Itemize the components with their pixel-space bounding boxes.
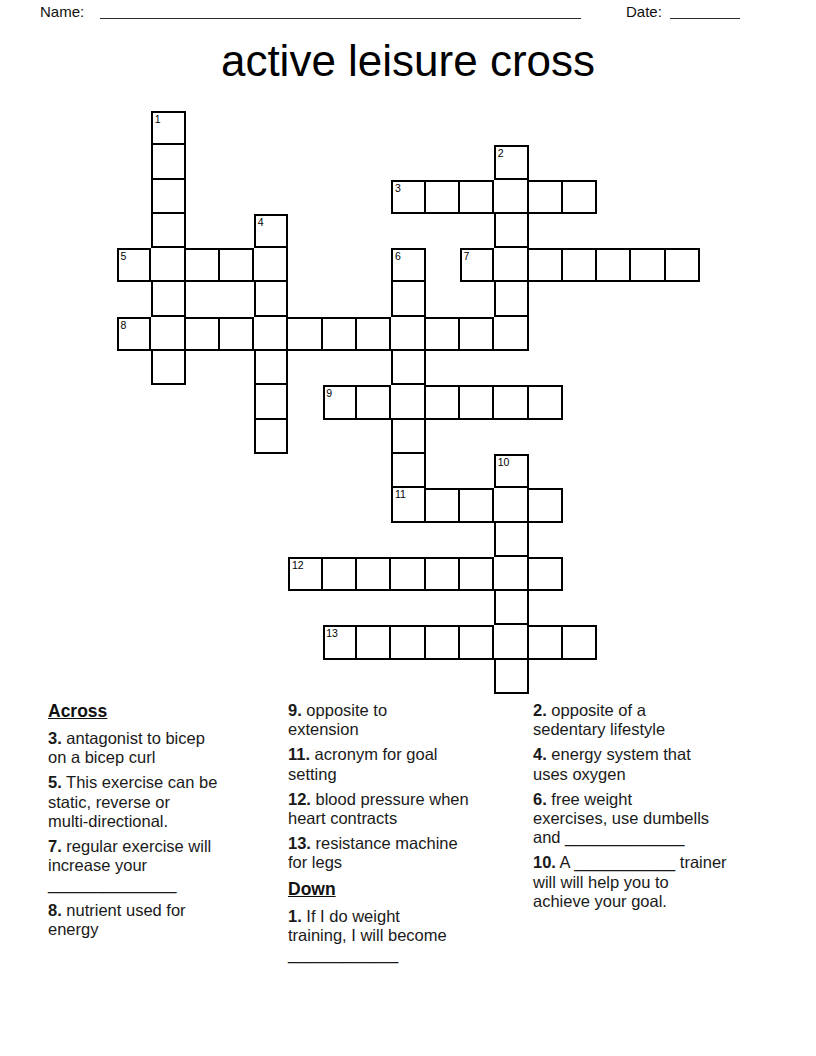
across-heading: Across: [48, 701, 264, 722]
cell-8-7[interactable]: [357, 385, 391, 419]
cell-6-11[interactable]: [494, 317, 528, 351]
cell-5-11[interactable]: [494, 282, 528, 316]
clue-across-9: 9. opposite to extension: [288, 701, 520, 739]
cell-10-11[interactable]: 10: [494, 454, 528, 488]
cell-6-5[interactable]: [288, 317, 322, 351]
cell-number-4: 4: [258, 216, 264, 228]
clue-number: 1.: [288, 907, 302, 925]
clue-text: antagonist to bicep on a bicep curl: [48, 729, 205, 766]
clue-text: energy system that uses oxygen: [533, 745, 691, 782]
clue-down-4: 4. energy system that uses oxygen: [533, 745, 773, 783]
cell-8-12[interactable]: [529, 385, 563, 419]
cell-15-6[interactable]: 13: [323, 625, 357, 659]
cell-4-15[interactable]: [631, 248, 665, 282]
cell-11-9[interactable]: [426, 488, 460, 522]
cell-15-11[interactable]: [494, 625, 528, 659]
clue-number: 11.: [288, 745, 310, 763]
cell-13-9[interactable]: [426, 557, 460, 591]
cell-16-11[interactable]: [494, 660, 528, 694]
cell-number-10: 10: [498, 456, 510, 468]
clue-across-12: 12. blood pressure when heart contracts: [288, 790, 520, 828]
clue-text: A ___________ trainer will will help you…: [533, 853, 727, 909]
cell-6-10[interactable]: [460, 317, 494, 351]
date-label: Date:: [626, 3, 662, 20]
cell-number-7: 7: [463, 250, 469, 262]
cell-4-10[interactable]: 7: [460, 248, 494, 282]
cell-15-13[interactable]: [563, 625, 597, 659]
clues-column-across: Across3. antagonist to bicep on a bicep …: [48, 701, 264, 945]
down-heading: Down: [288, 879, 520, 900]
name-blank-line[interactable]: [100, 4, 581, 19]
cell-number-2: 2: [498, 147, 504, 159]
clue-text: free weight exercises, use dumbells and …: [533, 790, 709, 846]
cell-2-9[interactable]: [426, 180, 460, 214]
cell-2-13[interactable]: [563, 180, 597, 214]
cell-15-10[interactable]: [460, 625, 494, 659]
cell-5-8[interactable]: [391, 282, 425, 316]
cell-8-11[interactable]: [494, 385, 528, 419]
cell-6-3[interactable]: [220, 317, 254, 351]
cell-9-8[interactable]: [391, 420, 425, 454]
cell-2-1[interactable]: [151, 180, 185, 214]
cell-3-4[interactable]: 4: [254, 214, 288, 248]
cell-0-1[interactable]: 1: [151, 111, 185, 145]
clues-column-middle: 9. opposite to extension11. acronym for …: [288, 701, 520, 970]
cell-number-12: 12: [292, 559, 304, 571]
cell-12-11[interactable]: [494, 523, 528, 557]
cell-4-0[interactable]: 5: [117, 248, 151, 282]
cell-2-12[interactable]: [529, 180, 563, 214]
cell-13-11[interactable]: [494, 557, 528, 591]
cell-4-4[interactable]: [254, 248, 288, 282]
cell-13-6[interactable]: [323, 557, 357, 591]
cell-number-11: 11: [395, 488, 406, 500]
puzzle-title: active leisure cross: [0, 36, 816, 86]
clue-number: 10.: [533, 853, 556, 871]
cell-4-13[interactable]: [563, 248, 597, 282]
cell-15-8[interactable]: [391, 625, 425, 659]
clue-text: opposite to extension: [288, 701, 387, 738]
cell-4-12[interactable]: [529, 248, 563, 282]
cell-6-7[interactable]: [357, 317, 391, 351]
cell-4-1[interactable]: [151, 248, 185, 282]
cell-number-8: 8: [121, 319, 127, 331]
cell-number-3: 3: [395, 182, 401, 194]
cell-10-8[interactable]: [391, 454, 425, 488]
cell-6-0[interactable]: 8: [117, 317, 151, 351]
cell-13-10[interactable]: [460, 557, 494, 591]
clue-number: 4.: [533, 745, 547, 763]
cell-15-9[interactable]: [426, 625, 460, 659]
cell-number-1: 1: [155, 113, 161, 125]
cell-7-8[interactable]: [391, 351, 425, 385]
cell-13-12[interactable]: [529, 557, 563, 591]
clue-down-6: 6. free weight exercises, use dumbells a…: [533, 790, 773, 848]
clue-down-2: 2. opposite of a sedentary lifestyle: [533, 701, 773, 739]
clue-across-13: 13. resistance machine for legs: [288, 834, 520, 872]
cell-7-4[interactable]: [254, 351, 288, 385]
clue-text: This exercise can be static, reverse or …: [48, 773, 217, 829]
cell-1-1[interactable]: [151, 145, 185, 179]
cell-6-9[interactable]: [426, 317, 460, 351]
cell-9-4[interactable]: [254, 420, 288, 454]
clue-number: 13.: [288, 834, 311, 852]
cell-11-10[interactable]: [460, 488, 494, 522]
cell-number-6: 6: [395, 250, 401, 262]
clue-number: 3.: [48, 729, 62, 747]
clue-number: 8.: [48, 901, 62, 919]
cell-8-9[interactable]: [426, 385, 460, 419]
cell-14-11[interactable]: [494, 591, 528, 625]
date-blank-line[interactable]: [670, 4, 740, 19]
cell-6-2[interactable]: [186, 317, 220, 351]
clue-across-3: 3. antagonist to bicep on a bicep curl: [48, 729, 264, 767]
cell-number-9: 9: [326, 387, 332, 399]
cell-11-8[interactable]: 11: [391, 488, 425, 522]
cell-7-1[interactable]: [151, 351, 185, 385]
clue-text: acronym for goal setting: [288, 745, 438, 782]
cell-8-6[interactable]: 9: [323, 385, 357, 419]
cell-number-5: 5: [121, 250, 127, 262]
cell-8-4[interactable]: [254, 385, 288, 419]
clue-number: 5.: [48, 773, 62, 791]
clue-text: blood pressure when heart contracts: [288, 790, 469, 827]
cell-11-11[interactable]: [494, 488, 528, 522]
clue-text: opposite of a sedentary lifestyle: [533, 701, 665, 738]
cell-5-4[interactable]: [254, 282, 288, 316]
cell-8-10[interactable]: [460, 385, 494, 419]
cell-4-3[interactable]: [220, 248, 254, 282]
cell-15-7[interactable]: [357, 625, 391, 659]
clue-number: 2.: [533, 701, 547, 719]
cell-15-12[interactable]: [529, 625, 563, 659]
cell-6-6[interactable]: [323, 317, 357, 351]
cell-4-8[interactable]: 6: [391, 248, 425, 282]
clue-across-11: 11. acronym for goal setting: [288, 745, 520, 783]
cell-11-12[interactable]: [529, 488, 563, 522]
clue-text: regular exercise will increase your ____…: [48, 837, 211, 893]
clue-number: 6.: [533, 790, 547, 808]
cell-13-8[interactable]: [391, 557, 425, 591]
cell-4-11[interactable]: [494, 248, 528, 282]
cell-2-8[interactable]: 3: [391, 180, 425, 214]
cell-3-11[interactable]: [494, 214, 528, 248]
cell-2-10[interactable]: [460, 180, 494, 214]
crossword-grid: 12345678910111213: [117, 111, 700, 694]
clue-across-5: 5. This exercise can be static, reverse …: [48, 773, 264, 831]
clue-number: 7.: [48, 837, 62, 855]
cell-6-1[interactable]: [151, 317, 185, 351]
cell-3-1[interactable]: [151, 214, 185, 248]
cell-4-14[interactable]: [597, 248, 631, 282]
cell-2-11[interactable]: [494, 180, 528, 214]
clue-text: resistance machine for legs: [288, 834, 458, 871]
cell-6-8[interactable]: [391, 317, 425, 351]
clue-number: 9.: [288, 701, 302, 719]
clue-number: 12.: [288, 790, 311, 808]
clue-down-1: 1. If I do weight training, I will becom…: [288, 907, 520, 965]
cell-8-8[interactable]: [391, 385, 425, 419]
cell-6-4[interactable]: [254, 317, 288, 351]
cell-1-11[interactable]: 2: [494, 145, 528, 179]
clues-column-down: 2. opposite of a sedentary lifestyle4. e…: [533, 701, 773, 917]
cell-5-1[interactable]: [151, 282, 185, 316]
clue-down-10: 10. A ___________ trainer will will help…: [533, 853, 773, 911]
name-label: Name:: [40, 3, 84, 20]
clue-across-8: 8. nutrient used for energy: [48, 901, 264, 939]
cell-13-7[interactable]: [357, 557, 391, 591]
cell-number-13: 13: [326, 627, 338, 639]
clue-text: If I do weight training, I will become _…: [288, 907, 447, 963]
cell-13-5[interactable]: 12: [288, 557, 322, 591]
cell-4-16[interactable]: [666, 248, 700, 282]
clue-text: nutrient used for energy: [48, 901, 186, 938]
clue-across-7: 7. regular exercise will increase your _…: [48, 837, 264, 895]
cell-4-2[interactable]: [186, 248, 220, 282]
